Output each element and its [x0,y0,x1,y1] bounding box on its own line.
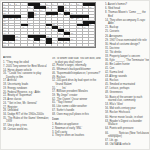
clue-number: 30 [9,18,11,20]
clue-number: 4 [22,3,23,5]
clue-item: 14. They often accompany X-rays: Abbr. [105,18,150,25]
clue-item: 50. Basis of the answer to each starred … [105,95,150,102]
clue-number: 17 [3,9,5,11]
clue-number: 63 [65,41,67,43]
down-header: Down [52,118,101,121]
clue-number: 55 [28,38,30,40]
clue-number: 31 [16,18,18,20]
clue-number: 24 [71,12,73,14]
clue-number: 60 [34,41,36,43]
clue-number: 23 [58,12,60,14]
clue-number: 33 [71,18,73,20]
clue-number: 53 [46,35,48,37]
clue-number: 1 [3,3,4,5]
crossword-grid[interactable]: 1234567891011121314151617181920212223242… [2,2,96,48]
clue-number: 34 [77,18,79,20]
clue-number: 45 [83,26,85,28]
clue-number: 40 [3,26,5,28]
clue-number: 6 [46,3,47,5]
clue-number: 52 [16,35,18,37]
clue-number: 41 [22,26,24,28]
clue-number: 51 [71,32,73,34]
clue-number: 21 [3,12,5,14]
clue-item: 35. 'The Rules of the Game' filmmaker, 1… [3,116,50,123]
grid-cell[interactable] [89,44,95,47]
clue-number: 32 [28,18,30,20]
clue-number: 26 [46,15,48,17]
clue-number: 15 [83,6,85,8]
puzzle-page: 1234567891011121314151617181920212223242… [0,0,150,150]
clue-item: 68. Oxen may pull plows in this [52,112,101,115]
clue-number: 39 [89,24,91,26]
clue-column-left: Across 1. *They may be oiled7. 2005 Tony… [3,56,50,150]
clue-number: 56 [40,38,42,40]
clue-item: 63. Reader's Digest co-founder Wallace [105,119,150,126]
clue-number: 29 [3,18,5,20]
clue-number: 2 [9,3,10,5]
clue-number: 48 [65,29,67,31]
clue-number: 61 [52,41,54,43]
clue-number: 50 [58,32,60,34]
clue-number: 20 [65,9,67,11]
clue-number: 37 [28,24,30,26]
clue-number: 7 [52,3,53,5]
clue-number: 57 [71,38,73,40]
clue-number: 58 [3,41,5,43]
clue-item: 16. *'Could You' canzone to play Dorothy… [3,72,50,79]
across-clues-col1: 1. *They may be oiled7. 2005 Tony winner… [3,61,50,131]
clue-column-middle: 39. To whom God said 'You are dust, and … [52,57,101,150]
clue-number: 44 [77,26,79,28]
clue-number: 54 [16,38,18,40]
clue-item: 66. ______ Noticias (New York-based news… [105,131,150,138]
clue-number: 25 [34,15,36,17]
clue-number: 42 [46,26,48,28]
clue-number: 38 [52,24,54,26]
down-clues-col2: 1. Barbecue appliance2. Newman of early … [52,123,101,138]
clue-number: 22 [34,12,36,14]
clue-number: 36 [3,24,5,26]
across-header: Across [3,56,50,59]
clue-item: 4. They're often on leashes [52,134,101,137]
clue-number: 8 [65,3,66,5]
clue-number: 64 [3,44,5,46]
clue-number: 13 [46,6,48,8]
clue-number: 16 [89,6,91,8]
clue-number: 14 [65,6,67,8]
across-clues-col2: 39. To whom God said 'You are dust, and … [52,57,101,116]
clue-number: 28 [65,15,67,17]
clue-number: 62 [58,41,60,43]
clue-number: 27 [52,15,54,17]
clue-item: 38. Certain world rec. [3,127,50,130]
clue-number: 3 [16,3,17,5]
clue-item: 39. To whom God said 'You are dust, and … [52,57,101,64]
clue-number: 46 [3,29,5,31]
clue-number: 11 [3,6,5,8]
clue-item: 68. Old NASA vehicle [105,143,150,147]
clue-number: 9 [71,3,72,5]
clue-number: 35 [3,21,5,23]
clue-number: 49 [3,32,5,34]
down-clues-col3: 5. Aaron's homes?6. Sled head8. Thomas M… [105,2,150,146]
clue-number: 10 [77,3,79,5]
clue-column-right: 5. Aaron's homes?6. Sled head8. Thomas M… [105,2,150,150]
clue-number: 47 [52,29,54,31]
clue-number: 5 [40,3,41,5]
clue-item: 8. Thomas Moore's 'Come ___ the Bird' [105,10,150,17]
clue-number: 43 [58,26,60,28]
clue-number: 12 [28,6,30,8]
clue-number: 59 [9,41,11,43]
clue-number: 19 [40,9,42,11]
clue-number: 18 [34,9,36,11]
clue-item: 52. 240-yard drive-by bad sport in the '… [52,79,101,86]
